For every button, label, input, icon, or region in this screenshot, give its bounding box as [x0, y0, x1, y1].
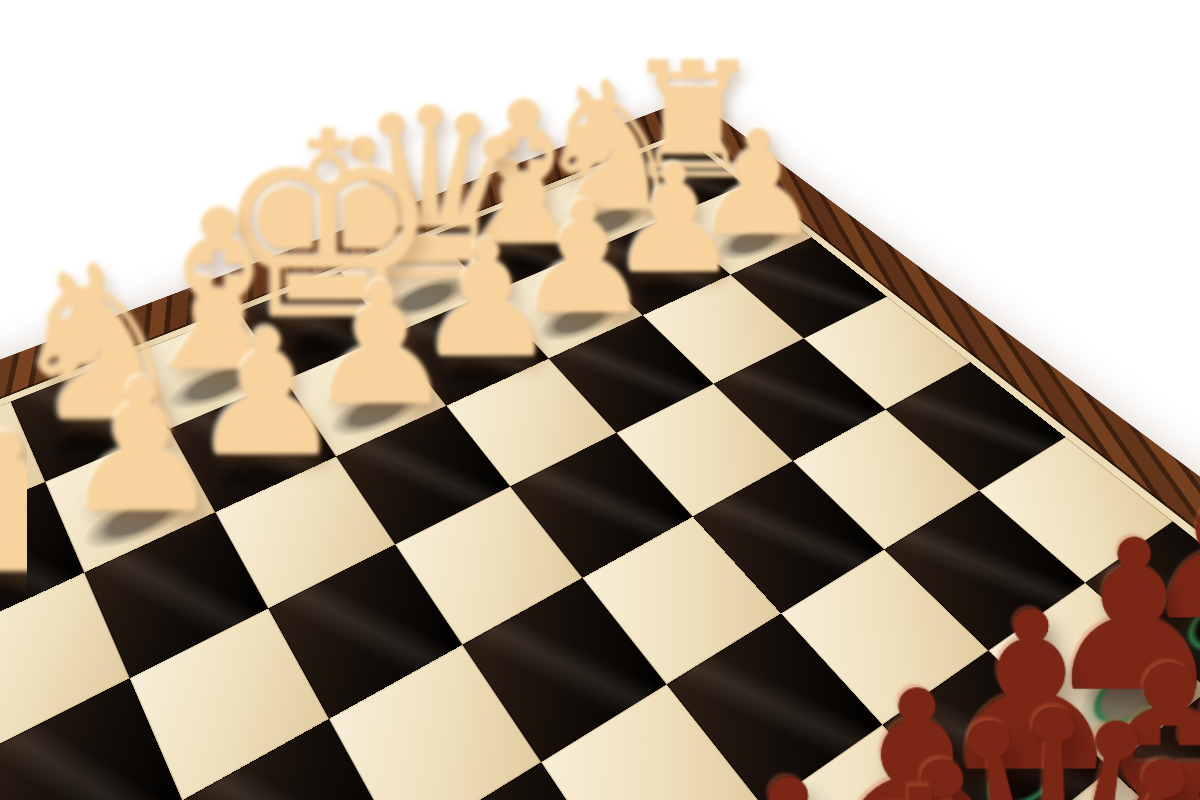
board-playing-surface: ♜♞♝♚♛♝♞♜♟♟♟♟♟♟♟♟♟♟♟♟♟♟♟♟♜♞♝♚♛♝♞♜: [0, 131, 1200, 800]
chess-board: ♜♞♝♚♛♝♞♜♟♟♟♟♟♟♟♟♟♟♟♟♟♟♟♟♜♞♝♚♛♝♞♜: [0, 97, 1200, 800]
pawn-glyph: ♟: [0, 409, 92, 601]
king-glyph: ♚: [723, 735, 1117, 800]
scene: ♜♞♝♚♛♝♞♜♟♟♟♟♟♟♟♟♟♟♟♟♟♟♟♟♜♞♝♚♛♝♞♜: [0, 0, 1200, 800]
